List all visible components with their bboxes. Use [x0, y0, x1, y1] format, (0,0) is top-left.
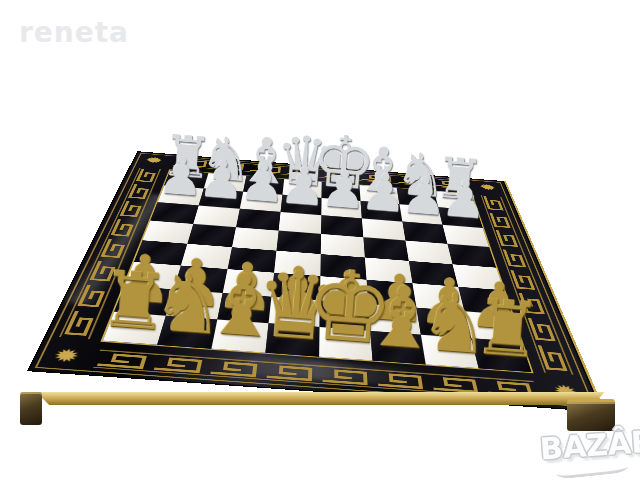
chess-piece-gold-rook: ♜: [470, 288, 543, 369]
board-foot-left: [20, 392, 42, 425]
sunburst-ornament-bottom-left: ✹: [38, 342, 93, 370]
perspective-wrapper: ✹ ✹ ✹ ✹ ♜♞♝♛♚♝♞♜♟♟♟♟♟♟♟♟♟♟♟♟♟♟♟♟♜♞♝♛♚♝♞♜: [30, 0, 617, 397]
square-a5: [143, 220, 194, 243]
square-c5: [232, 227, 279, 251]
square-h1: ♜: [471, 338, 531, 372]
playing-area: ♜♞♝♛♚♝♞♜♟♟♟♟♟♟♟♟♟♟♟♟♟♟♟♟♜♞♝♛♚♝♞♜: [100, 169, 533, 373]
chess-piece-silver-pawn: ♟: [439, 172, 488, 226]
chess-board: ✹ ✹ ✹ ✹ ♜♞♝♛♚♝♞♜♟♟♟♟♟♟♟♟♟♟♟♟♟♟♟♟♜♞♝♛♚♝♞♜: [27, 151, 606, 412]
marketplace-logo-text: BAZÂR: [539, 424, 640, 467]
marketplace-watermark: BAZÂR: [539, 425, 640, 467]
board-scene: ✹ ✹ ✹ ✹ ♜♞♝♛♚♝♞♜♟♟♟♟♟♟♟♟♟♟♟♟♟♟♟♟♜♞♝♛♚♝♞♜: [0, 0, 640, 480]
product-photo: reneta ✹ ✹ ✹ ✹ ♜♞♝♛♚♝♞♜♟♟♟♟♟♟♟♟♟♟♟♟♟♟♟♟♜…: [0, 0, 640, 480]
brass-base-rim: [33, 392, 607, 405]
